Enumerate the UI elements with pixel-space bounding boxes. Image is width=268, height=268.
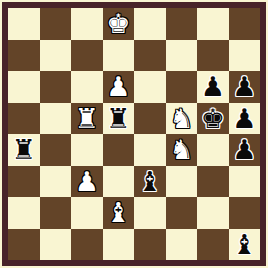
square-b3[interactable] bbox=[40, 166, 72, 198]
black-pawn-icon: ♟ bbox=[201, 71, 225, 102]
white-pawn-icon: ♟ bbox=[75, 166, 99, 197]
square-e7[interactable] bbox=[134, 40, 166, 72]
square-d6[interactable]: ♟ bbox=[103, 71, 135, 103]
square-c2[interactable] bbox=[71, 197, 103, 229]
square-e3[interactable]: ♝ bbox=[134, 166, 166, 198]
black-pawn-icon: ♟ bbox=[232, 71, 256, 102]
square-h3[interactable] bbox=[229, 166, 261, 198]
square-h1[interactable]: ♝ bbox=[229, 229, 261, 261]
square-a2[interactable] bbox=[8, 197, 40, 229]
white-king-icon: ♚ bbox=[106, 8, 130, 39]
square-g6[interactable]: ♟ bbox=[197, 71, 229, 103]
square-d7[interactable] bbox=[103, 40, 135, 72]
square-a5[interactable] bbox=[8, 103, 40, 135]
square-b8[interactable] bbox=[40, 8, 72, 40]
square-b5[interactable] bbox=[40, 103, 72, 135]
square-d3[interactable] bbox=[103, 166, 135, 198]
square-f8[interactable] bbox=[166, 8, 198, 40]
square-c6[interactable] bbox=[71, 71, 103, 103]
square-d1[interactable] bbox=[103, 229, 135, 261]
chess-board: ♚♟♟♟♜♜♞♚♟♜♞♟♟♝♝♝ bbox=[8, 8, 260, 260]
board-frame-edge: ♚♟♟♟♜♜♞♚♟♜♞♟♟♝♝♝ bbox=[0, 0, 268, 268]
square-a3[interactable] bbox=[8, 166, 40, 198]
square-c3[interactable]: ♟ bbox=[71, 166, 103, 198]
square-f7[interactable] bbox=[166, 40, 198, 72]
black-bishop-icon: ♝ bbox=[138, 166, 162, 197]
board-frame: ♚♟♟♟♜♜♞♚♟♜♞♟♟♝♝♝ bbox=[2, 2, 266, 266]
square-f6[interactable] bbox=[166, 71, 198, 103]
square-d4[interactable] bbox=[103, 134, 135, 166]
square-d5[interactable]: ♜ bbox=[103, 103, 135, 135]
square-g3[interactable] bbox=[197, 166, 229, 198]
square-c7[interactable] bbox=[71, 40, 103, 72]
square-a4[interactable]: ♜ bbox=[8, 134, 40, 166]
square-h6[interactable]: ♟ bbox=[229, 71, 261, 103]
square-e1[interactable] bbox=[134, 229, 166, 261]
square-f2[interactable] bbox=[166, 197, 198, 229]
black-rook-icon: ♜ bbox=[12, 134, 36, 165]
square-g7[interactable] bbox=[197, 40, 229, 72]
white-rook-icon: ♜ bbox=[75, 103, 99, 134]
black-bishop-icon: ♝ bbox=[232, 229, 256, 260]
square-a8[interactable] bbox=[8, 8, 40, 40]
square-e2[interactable] bbox=[134, 197, 166, 229]
square-a1[interactable] bbox=[8, 229, 40, 261]
black-king-icon: ♚ bbox=[201, 103, 225, 134]
square-e6[interactable] bbox=[134, 71, 166, 103]
square-f4[interactable]: ♞ bbox=[166, 134, 198, 166]
white-knight-icon: ♞ bbox=[169, 134, 193, 165]
square-f1[interactable] bbox=[166, 229, 198, 261]
square-e8[interactable] bbox=[134, 8, 166, 40]
square-h5[interactable]: ♟ bbox=[229, 103, 261, 135]
square-g2[interactable] bbox=[197, 197, 229, 229]
white-knight-icon: ♞ bbox=[169, 103, 193, 134]
square-h7[interactable] bbox=[229, 40, 261, 72]
black-rook-icon: ♜ bbox=[106, 103, 130, 134]
black-pawn-icon: ♟ bbox=[232, 103, 256, 134]
square-h8[interactable] bbox=[229, 8, 261, 40]
square-g5[interactable]: ♚ bbox=[197, 103, 229, 135]
square-d2[interactable]: ♝ bbox=[103, 197, 135, 229]
square-e4[interactable] bbox=[134, 134, 166, 166]
white-bishop-icon: ♝ bbox=[106, 197, 130, 228]
white-pawn-icon: ♟ bbox=[106, 71, 130, 102]
square-g1[interactable] bbox=[197, 229, 229, 261]
square-b6[interactable] bbox=[40, 71, 72, 103]
square-b4[interactable] bbox=[40, 134, 72, 166]
square-f5[interactable]: ♞ bbox=[166, 103, 198, 135]
square-g4[interactable] bbox=[197, 134, 229, 166]
square-d8[interactable]: ♚ bbox=[103, 8, 135, 40]
square-c4[interactable] bbox=[71, 134, 103, 166]
square-h2[interactable] bbox=[229, 197, 261, 229]
square-f3[interactable] bbox=[166, 166, 198, 198]
square-c1[interactable] bbox=[71, 229, 103, 261]
square-b1[interactable] bbox=[40, 229, 72, 261]
black-pawn-icon: ♟ bbox=[232, 134, 256, 165]
square-b2[interactable] bbox=[40, 197, 72, 229]
square-e5[interactable] bbox=[134, 103, 166, 135]
square-b7[interactable] bbox=[40, 40, 72, 72]
square-c8[interactable] bbox=[71, 8, 103, 40]
square-a7[interactable] bbox=[8, 40, 40, 72]
square-a6[interactable] bbox=[8, 71, 40, 103]
square-h4[interactable]: ♟ bbox=[229, 134, 261, 166]
square-c5[interactable]: ♜ bbox=[71, 103, 103, 135]
square-g8[interactable] bbox=[197, 8, 229, 40]
